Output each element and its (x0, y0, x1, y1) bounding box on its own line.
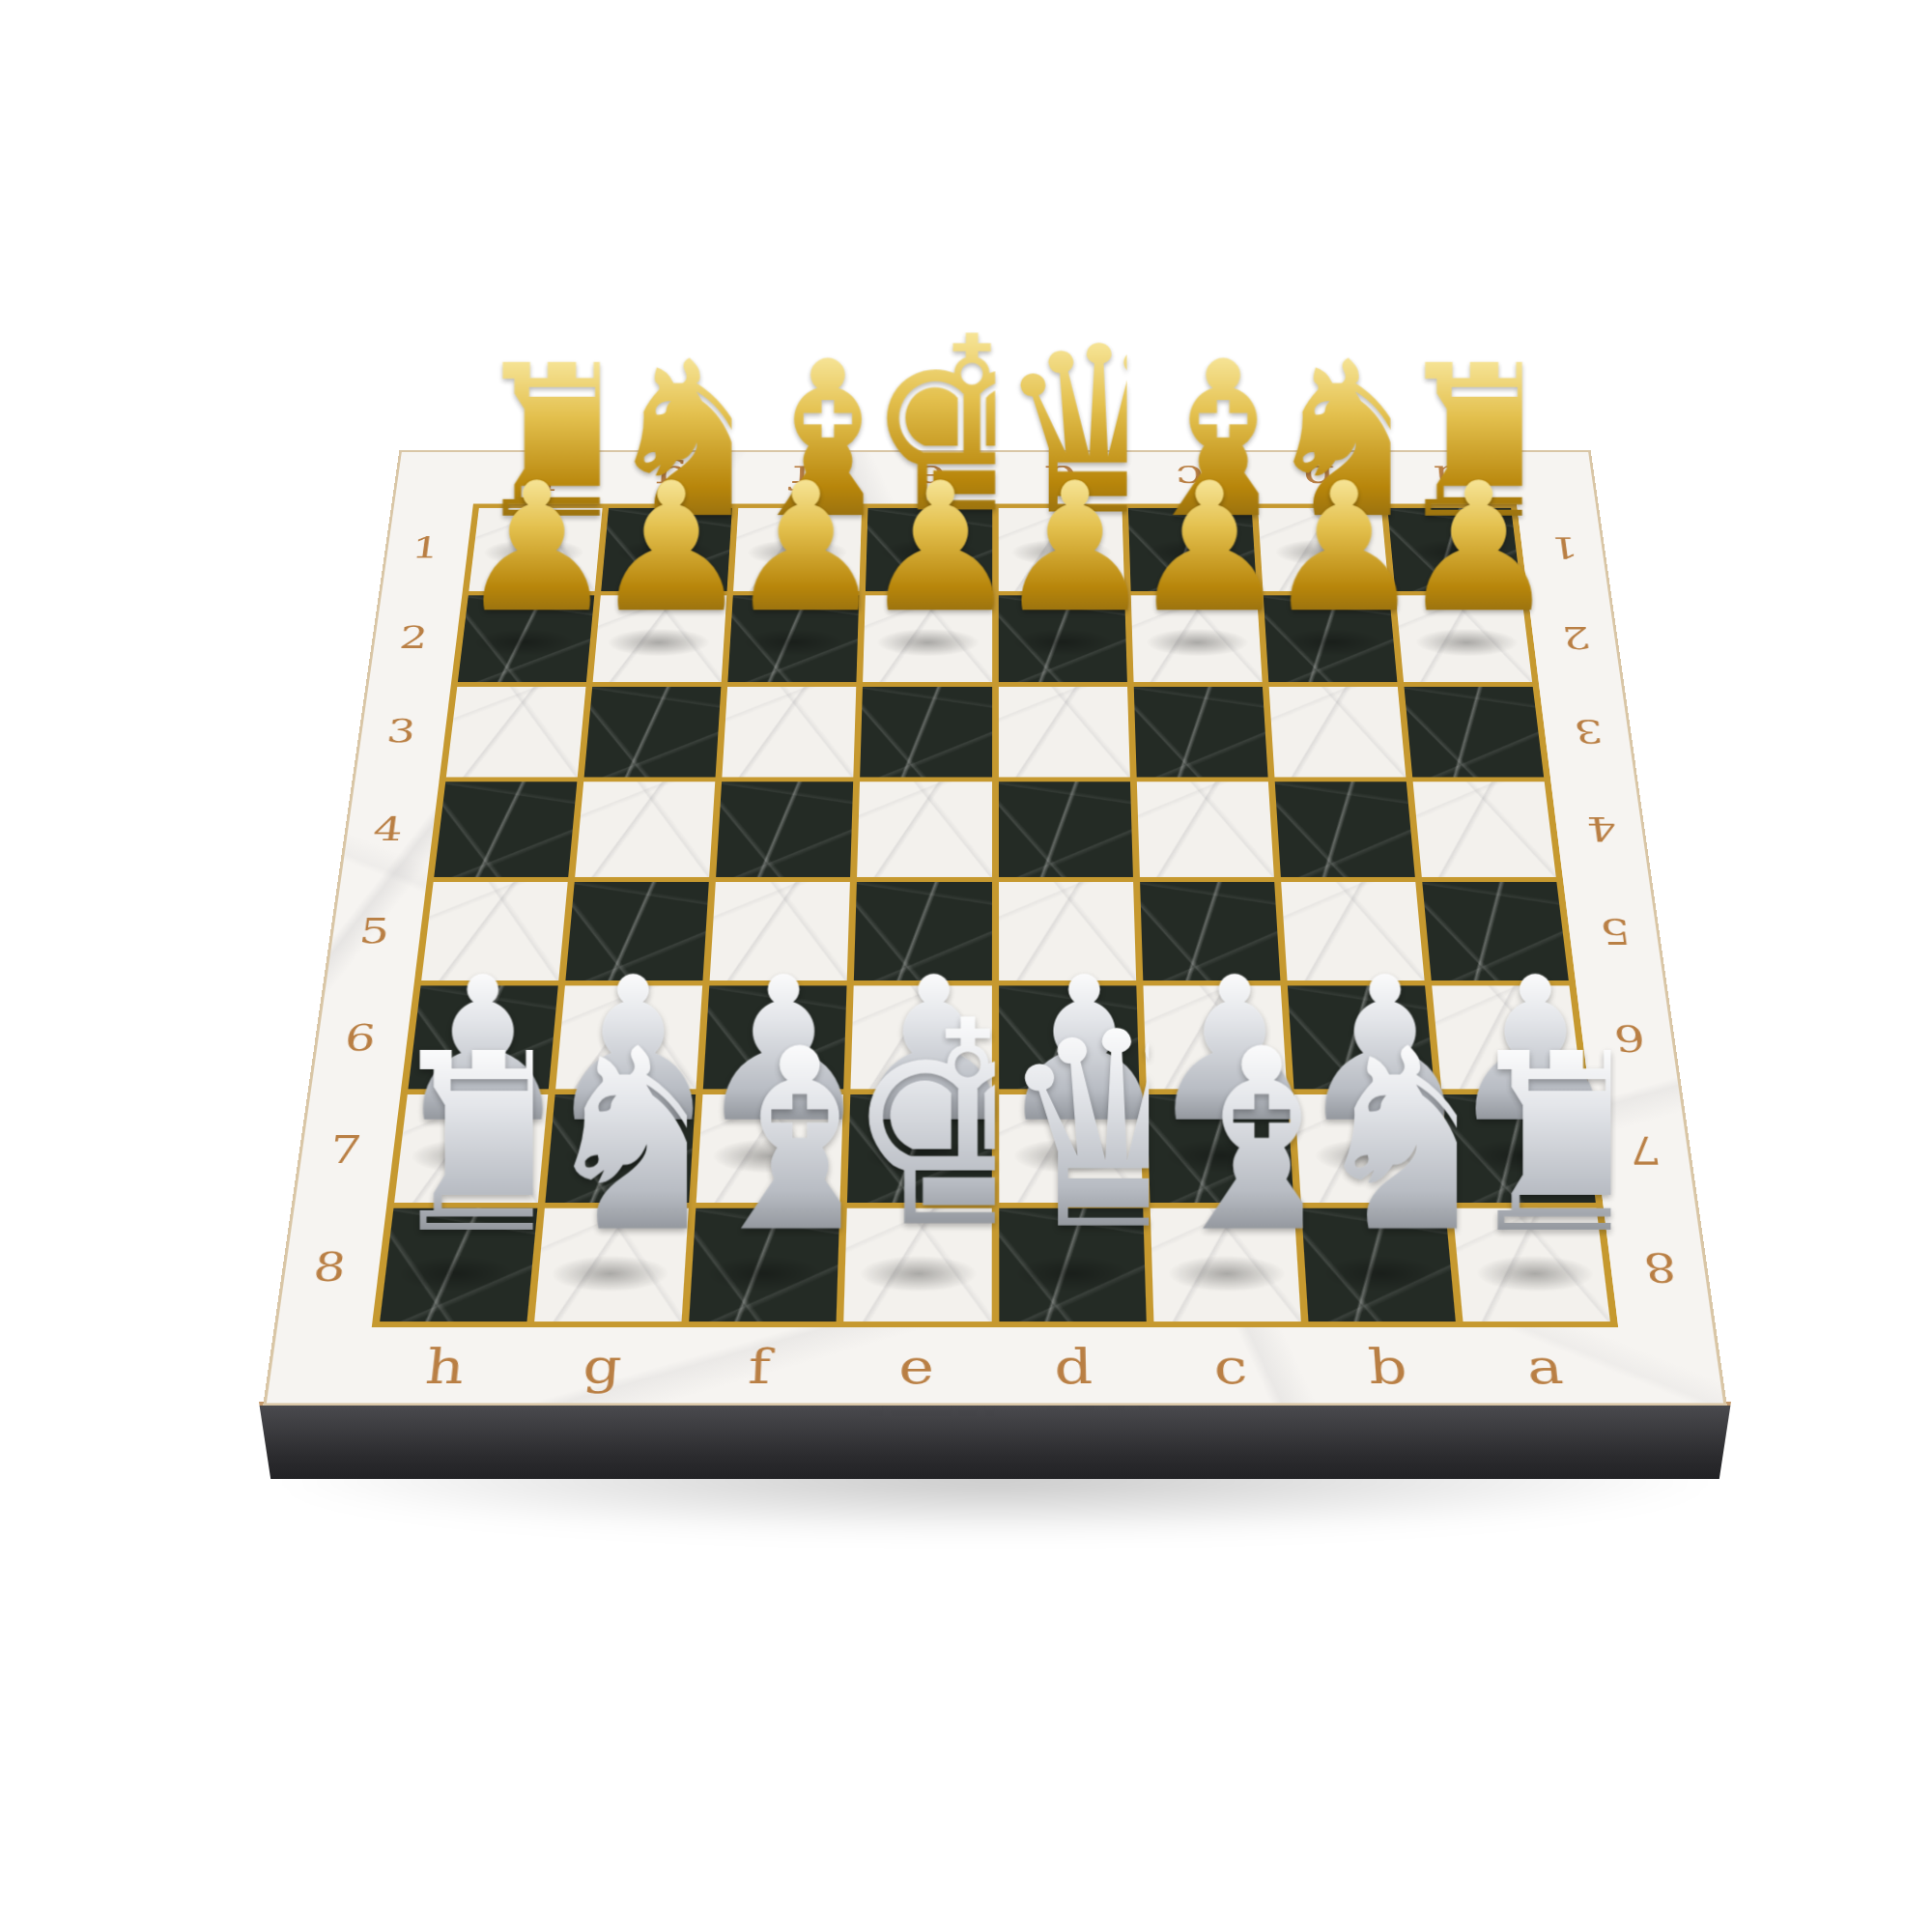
square-g3[interactable] (584, 687, 722, 778)
file-label-bottom-g: g (582, 1344, 623, 1391)
rank-label-left-7: 7 (327, 1131, 364, 1169)
file-label-bottom-c: c (1212, 1344, 1248, 1391)
square-d3[interactable] (998, 687, 1129, 778)
silver-rook-h8[interactable]: ♜♜ (379, 1020, 532, 1266)
pawn-glyph: ♟ (457, 459, 591, 638)
rank-label-right-3: 3 (1573, 715, 1605, 746)
rank-label-right-2: 2 (1560, 622, 1592, 652)
square-a4[interactable] (1413, 782, 1556, 877)
square-h4[interactable] (434, 782, 577, 877)
rank-label-left-1: 1 (411, 533, 441, 562)
file-label-bottom-e: e (898, 1344, 934, 1391)
rank-label-left-2: 2 (398, 622, 430, 652)
rank-label-left-4: 4 (372, 812, 406, 845)
rook-glyph: ♜ (379, 1020, 532, 1266)
product-photo-canvas: hhggffeeddccbbaa1122334455667788♜♜♞♞♝♝♛♛… (0, 0, 1932, 1932)
square-e3[interactable] (861, 687, 992, 778)
file-label-bottom-d: d (1054, 1344, 1093, 1391)
file-label-bottom-f: f (747, 1344, 771, 1391)
rank-label-left-3: 3 (384, 715, 417, 746)
rank-label-right-4: 4 (1585, 812, 1619, 845)
square-d4[interactable] (998, 782, 1132, 877)
square-f4[interactable] (716, 782, 853, 877)
square-a3[interactable] (1404, 687, 1544, 778)
file-label-bottom-b: b (1367, 1344, 1408, 1391)
square-b4[interactable] (1275, 782, 1415, 877)
file-label-bottom-h: h (423, 1344, 467, 1391)
square-c3[interactable] (1133, 687, 1267, 778)
square-f3[interactable] (723, 687, 857, 778)
square-b3[interactable] (1268, 687, 1406, 778)
rank-label-left-6: 6 (343, 1020, 379, 1056)
chess-board: hhggffeeddccbbaa1122334455667788♜♜♞♞♝♝♛♛… (263, 450, 1727, 1406)
rank-label-left-8: 8 (311, 1247, 349, 1287)
square-h3[interactable] (446, 687, 586, 778)
gold-pawn-h2[interactable]: ♟♟ (457, 459, 591, 638)
square-c4[interactable] (1136, 782, 1273, 877)
rank-label-left-5: 5 (357, 914, 392, 948)
board-scene: hhggffeeddccbbaa1122334455667788♜♜♞♞♝♝♛♛… (338, 222, 1652, 1536)
square-e4[interactable] (857, 782, 991, 877)
file-label-bottom-a: a (1524, 1344, 1565, 1391)
square-g4[interactable] (575, 782, 715, 877)
